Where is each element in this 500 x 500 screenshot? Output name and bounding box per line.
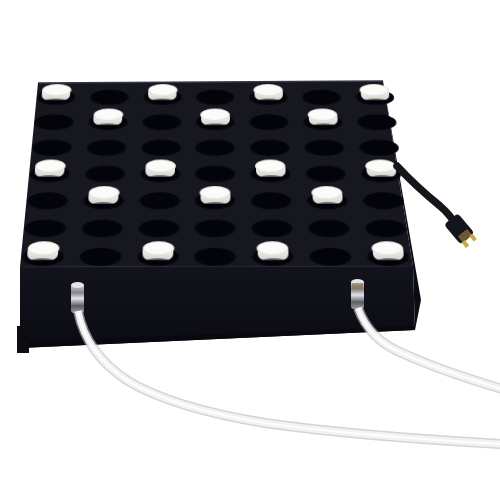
product-photo-scene: [0, 0, 500, 500]
power-cord: [397, 166, 456, 225]
tube-left: [78, 311, 500, 444]
tube-fitting-left: [71, 282, 84, 313]
accessories: [0, 0, 500, 500]
tube-right: [358, 308, 500, 389]
tube-fitting-right: [351, 279, 364, 309]
